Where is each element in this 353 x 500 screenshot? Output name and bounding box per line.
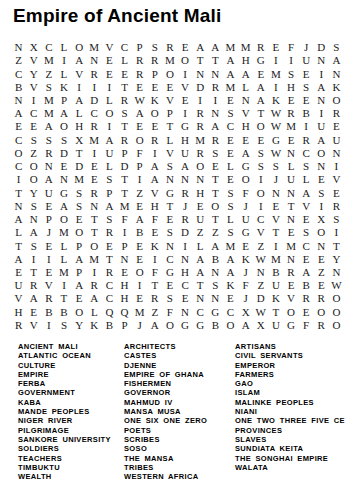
- grid-cell[interactable]: R: [329, 200, 344, 213]
- grid-cell[interactable]: F: [283, 41, 298, 54]
- grid-cell[interactable]: E: [41, 239, 56, 252]
- grid-cell[interactable]: V: [283, 292, 298, 305]
- grid-cell[interactable]: X: [72, 134, 87, 147]
- grid-cell[interactable]: G: [283, 319, 298, 332]
- grid-cell[interactable]: T: [117, 173, 132, 186]
- grid-cell[interactable]: E: [147, 226, 162, 239]
- grid-cell[interactable]: L: [193, 239, 208, 252]
- grid-cell[interactable]: I: [132, 173, 147, 186]
- grid-cell[interactable]: E: [223, 292, 238, 305]
- grid-cell[interactable]: T: [147, 279, 162, 292]
- grid-cell[interactable]: V: [329, 173, 344, 186]
- grid-cell[interactable]: C: [102, 292, 117, 305]
- grid-cell[interactable]: M: [87, 134, 102, 147]
- grid-cell[interactable]: N: [208, 107, 223, 120]
- grid-cell[interactable]: C: [223, 120, 238, 133]
- grid-cell[interactable]: X: [26, 41, 41, 54]
- grid-cell[interactable]: R: [11, 319, 26, 332]
- grid-cell[interactable]: M: [87, 41, 102, 54]
- grid-cell[interactable]: A: [329, 54, 344, 67]
- grid-cell[interactable]: N: [283, 213, 298, 226]
- grid-cell[interactable]: O: [11, 147, 26, 160]
- grid-cell[interactable]: R: [147, 134, 162, 147]
- grid-cell[interactable]: J: [238, 292, 253, 305]
- grid-cell[interactable]: H: [178, 266, 193, 279]
- grid-cell[interactable]: V: [102, 41, 117, 54]
- grid-cell[interactable]: A: [238, 147, 253, 160]
- grid-cell[interactable]: O: [26, 173, 41, 186]
- grid-cell[interactable]: S: [26, 200, 41, 213]
- grid-cell[interactable]: O: [72, 41, 87, 54]
- grid-cell[interactable]: B: [102, 319, 117, 332]
- grid-cell[interactable]: Q: [102, 306, 117, 319]
- grid-cell[interactable]: A: [11, 213, 26, 226]
- grid-cell[interactable]: E: [132, 120, 147, 133]
- grid-cell[interactable]: S: [162, 160, 177, 173]
- grid-cell[interactable]: M: [41, 107, 56, 120]
- grid-cell[interactable]: E: [162, 81, 177, 94]
- grid-cell[interactable]: V: [26, 81, 41, 94]
- grid-cell[interactable]: O: [56, 120, 71, 133]
- grid-cell[interactable]: A: [223, 266, 238, 279]
- grid-cell[interactable]: E: [299, 94, 314, 107]
- grid-cell[interactable]: T: [26, 266, 41, 279]
- grid-cell[interactable]: S: [268, 160, 283, 173]
- grid-cell[interactable]: J: [178, 200, 193, 213]
- grid-cell[interactable]: R: [253, 41, 268, 54]
- grid-cell[interactable]: A: [56, 200, 71, 213]
- grid-cell[interactable]: I: [72, 81, 87, 94]
- grid-cell[interactable]: I: [178, 239, 193, 252]
- grid-cell[interactable]: U: [268, 319, 283, 332]
- grid-cell[interactable]: W: [253, 306, 268, 319]
- grid-cell[interactable]: E: [178, 41, 193, 54]
- grid-cell[interactable]: J: [238, 200, 253, 213]
- grid-cell[interactable]: S: [41, 81, 56, 94]
- grid-cell[interactable]: A: [72, 54, 87, 67]
- grid-cell[interactable]: W: [268, 107, 283, 120]
- grid-cell[interactable]: N: [162, 173, 177, 186]
- grid-cell[interactable]: O: [329, 94, 344, 107]
- grid-cell[interactable]: A: [208, 41, 223, 54]
- grid-cell[interactable]: V: [268, 213, 283, 226]
- grid-cell[interactable]: L: [162, 134, 177, 147]
- grid-cell[interactable]: T: [56, 292, 71, 305]
- grid-cell[interactable]: E: [299, 67, 314, 80]
- grid-cell[interactable]: E: [238, 134, 253, 147]
- grid-cell[interactable]: E: [132, 81, 147, 94]
- grid-cell[interactable]: D: [117, 160, 132, 173]
- grid-cell[interactable]: N: [314, 160, 329, 173]
- grid-cell[interactable]: I: [11, 173, 26, 186]
- grid-cell[interactable]: Y: [329, 253, 344, 266]
- grid-cell[interactable]: A: [87, 292, 102, 305]
- grid-cell[interactable]: J: [132, 319, 147, 332]
- grid-cell[interactable]: V: [26, 54, 41, 67]
- grid-cell[interactable]: U: [11, 279, 26, 292]
- grid-cell[interactable]: T: [87, 226, 102, 239]
- grid-cell[interactable]: I: [147, 253, 162, 266]
- grid-cell[interactable]: S: [223, 226, 238, 239]
- grid-cell[interactable]: B: [41, 306, 56, 319]
- grid-cell[interactable]: T: [268, 306, 283, 319]
- grid-cell[interactable]: A: [208, 239, 223, 252]
- grid-cell[interactable]: N: [117, 253, 132, 266]
- grid-cell[interactable]: K: [56, 81, 71, 94]
- grid-cell[interactable]: T: [72, 147, 87, 160]
- grid-cell[interactable]: N: [11, 41, 26, 54]
- grid-cell[interactable]: U: [193, 213, 208, 226]
- grid-cell[interactable]: S: [72, 200, 87, 213]
- grid-cell[interactable]: F: [117, 213, 132, 226]
- grid-cell[interactable]: I: [268, 81, 283, 94]
- grid-cell[interactable]: P: [41, 213, 56, 226]
- grid-cell[interactable]: S: [117, 107, 132, 120]
- grid-cell[interactable]: H: [147, 200, 162, 213]
- grid-cell[interactable]: T: [102, 253, 117, 266]
- grid-cell[interactable]: P: [72, 239, 87, 252]
- grid-cell[interactable]: T: [117, 81, 132, 94]
- grid-cell[interactable]: L: [223, 160, 238, 173]
- grid-cell[interactable]: E: [329, 187, 344, 200]
- grid-cell[interactable]: M: [41, 94, 56, 107]
- grid-cell[interactable]: G: [208, 306, 223, 319]
- grid-cell[interactable]: E: [223, 173, 238, 186]
- grid-cell[interactable]: E: [11, 266, 26, 279]
- grid-cell[interactable]: E: [193, 200, 208, 213]
- grid-cell[interactable]: B: [11, 81, 26, 94]
- grid-cell[interactable]: I: [87, 81, 102, 94]
- grid-cell[interactable]: I: [87, 147, 102, 160]
- grid-cell[interactable]: E: [41, 200, 56, 213]
- grid-cell[interactable]: V: [162, 94, 177, 107]
- grid-cell[interactable]: T: [208, 213, 223, 226]
- grid-cell[interactable]: E: [283, 94, 298, 107]
- grid-cell[interactable]: E: [72, 213, 87, 226]
- grid-cell[interactable]: V: [11, 292, 26, 305]
- grid-cell[interactable]: R: [314, 319, 329, 332]
- grid-cell[interactable]: M: [132, 306, 147, 319]
- grid-cell[interactable]: R: [193, 107, 208, 120]
- grid-cell[interactable]: A: [223, 54, 238, 67]
- grid-cell[interactable]: F: [132, 147, 147, 160]
- grid-cell[interactable]: E: [223, 147, 238, 160]
- grid-cell[interactable]: D: [314, 41, 329, 54]
- grid-cell[interactable]: E: [283, 226, 298, 239]
- grid-cell[interactable]: R: [208, 134, 223, 147]
- grid-cell[interactable]: C: [178, 279, 193, 292]
- grid-cell[interactable]: S: [314, 187, 329, 200]
- grid-cell[interactable]: K: [268, 292, 283, 305]
- grid-cell[interactable]: E: [283, 279, 298, 292]
- grid-cell[interactable]: T: [329, 239, 344, 252]
- grid-cell[interactable]: D: [72, 160, 87, 173]
- grid-cell[interactable]: B: [208, 319, 223, 332]
- grid-cell[interactable]: C: [11, 160, 26, 173]
- grid-cell[interactable]: A: [41, 120, 56, 133]
- grid-cell[interactable]: A: [223, 67, 238, 80]
- grid-cell[interactable]: A: [72, 94, 87, 107]
- grid-cell[interactable]: L: [56, 41, 71, 54]
- grid-cell[interactable]: R: [87, 279, 102, 292]
- grid-cell[interactable]: O: [329, 306, 344, 319]
- grid-cell[interactable]: K: [147, 239, 162, 252]
- grid-cell[interactable]: B: [268, 266, 283, 279]
- grid-cell[interactable]: M: [223, 239, 238, 252]
- grid-cell[interactable]: K: [238, 253, 253, 266]
- grid-cell[interactable]: L: [238, 81, 253, 94]
- grid-cell[interactable]: C: [26, 107, 41, 120]
- grid-cell[interactable]: P: [132, 41, 147, 54]
- grid-cell[interactable]: T: [268, 226, 283, 239]
- grid-cell[interactable]: C: [117, 41, 132, 54]
- grid-cell[interactable]: L: [87, 306, 102, 319]
- grid-cell[interactable]: S: [299, 226, 314, 239]
- grid-cell[interactable]: P: [162, 107, 177, 120]
- grid-cell[interactable]: E: [223, 134, 238, 147]
- grid-cell[interactable]: E: [102, 239, 117, 252]
- grid-cell[interactable]: M: [72, 173, 87, 186]
- grid-cell[interactable]: O: [314, 226, 329, 239]
- grid-cell[interactable]: H: [178, 134, 193, 147]
- grid-cell[interactable]: R: [283, 266, 298, 279]
- grid-cell[interactable]: P: [72, 266, 87, 279]
- grid-cell[interactable]: A: [238, 319, 253, 332]
- grid-cell[interactable]: Z: [208, 226, 223, 239]
- grid-cell[interactable]: D: [178, 226, 193, 239]
- grid-cell[interactable]: E: [178, 94, 193, 107]
- grid-cell[interactable]: F: [238, 187, 253, 200]
- grid-cell[interactable]: V: [253, 226, 268, 239]
- grid-cell[interactable]: G: [162, 187, 177, 200]
- grid-cell[interactable]: O: [87, 239, 102, 252]
- grid-cell[interactable]: I: [41, 319, 56, 332]
- grid-cell[interactable]: C: [299, 239, 314, 252]
- grid-cell[interactable]: S: [208, 279, 223, 292]
- grid-cell[interactable]: N: [193, 292, 208, 305]
- grid-cell[interactable]: N: [193, 67, 208, 80]
- grid-cell[interactable]: T: [117, 187, 132, 200]
- grid-cell[interactable]: M: [41, 54, 56, 67]
- grid-cell[interactable]: E: [299, 213, 314, 226]
- grid-cell[interactable]: L: [117, 54, 132, 67]
- grid-cell[interactable]: Y: [72, 319, 87, 332]
- grid-cell[interactable]: N: [193, 173, 208, 186]
- grid-cell[interactable]: S: [253, 147, 268, 160]
- grid-cell[interactable]: O: [329, 319, 344, 332]
- grid-cell[interactable]: S: [102, 213, 117, 226]
- grid-cell[interactable]: T: [208, 54, 223, 67]
- grid-cell[interactable]: U: [41, 187, 56, 200]
- grid-cell[interactable]: W: [329, 279, 344, 292]
- grid-cell[interactable]: E: [299, 253, 314, 266]
- grid-cell[interactable]: R: [314, 292, 329, 305]
- grid-cell[interactable]: I: [208, 94, 223, 107]
- grid-cell[interactable]: O: [238, 173, 253, 186]
- grid-cell[interactable]: P: [117, 239, 132, 252]
- grid-cell[interactable]: U: [283, 173, 298, 186]
- grid-cell[interactable]: T: [162, 200, 177, 213]
- grid-cell[interactable]: C: [11, 67, 26, 80]
- grid-cell[interactable]: R: [102, 266, 117, 279]
- grid-cell[interactable]: A: [26, 226, 41, 239]
- grid-cell[interactable]: N: [178, 173, 193, 186]
- grid-cell[interactable]: O: [253, 187, 268, 200]
- grid-cell[interactable]: X: [253, 319, 268, 332]
- grid-cell[interactable]: E: [102, 67, 117, 80]
- grid-cell[interactable]: A: [11, 107, 26, 120]
- grid-cell[interactable]: C: [162, 253, 177, 266]
- grid-cell[interactable]: G: [238, 160, 253, 173]
- grid-cell[interactable]: I: [178, 107, 193, 120]
- grid-cell[interactable]: I: [102, 81, 117, 94]
- grid-cell[interactable]: A: [11, 253, 26, 266]
- grid-cell[interactable]: B: [299, 279, 314, 292]
- grid-cell[interactable]: E: [208, 160, 223, 173]
- grid-cell[interactable]: U: [299, 54, 314, 67]
- grid-cell[interactable]: I: [193, 94, 208, 107]
- grid-cell[interactable]: E: [329, 120, 344, 133]
- grid-cell[interactable]: N: [283, 253, 298, 266]
- grid-cell[interactable]: R: [178, 213, 193, 226]
- grid-cell[interactable]: I: [329, 160, 344, 173]
- grid-cell[interactable]: M: [56, 266, 71, 279]
- grid-cell[interactable]: W: [268, 120, 283, 133]
- grid-cell[interactable]: N: [87, 54, 102, 67]
- grid-cell[interactable]: N: [268, 187, 283, 200]
- grid-cell[interactable]: N: [26, 213, 41, 226]
- grid-cell[interactable]: V: [299, 200, 314, 213]
- grid-cell[interactable]: S: [208, 147, 223, 160]
- grid-cell[interactable]: R: [147, 54, 162, 67]
- grid-cell[interactable]: E: [87, 160, 102, 173]
- grid-cell[interactable]: A: [102, 134, 117, 147]
- grid-cell[interactable]: I: [253, 173, 268, 186]
- grid-cell[interactable]: R: [132, 67, 147, 80]
- grid-cell[interactable]: R: [132, 54, 147, 67]
- grid-cell[interactable]: N: [41, 160, 56, 173]
- grid-cell[interactable]: E: [314, 173, 329, 186]
- grid-cell[interactable]: F: [238, 279, 253, 292]
- grid-cell[interactable]: I: [178, 67, 193, 80]
- grid-cell[interactable]: A: [314, 81, 329, 94]
- grid-cell[interactable]: A: [208, 120, 223, 133]
- grid-cell[interactable]: S: [162, 226, 177, 239]
- grid-cell[interactable]: I: [329, 226, 344, 239]
- grid-cell[interactable]: E: [132, 200, 147, 213]
- grid-cell[interactable]: A: [314, 134, 329, 147]
- grid-cell[interactable]: I: [299, 120, 314, 133]
- grid-cell[interactable]: T: [283, 200, 298, 213]
- grid-cell[interactable]: N: [178, 253, 193, 266]
- grid-cell[interactable]: A: [56, 107, 71, 120]
- grid-cell[interactable]: L: [102, 160, 117, 173]
- grid-cell[interactable]: A: [253, 81, 268, 94]
- grid-cell[interactable]: N: [11, 94, 26, 107]
- grid-cell[interactable]: A: [147, 319, 162, 332]
- grid-cell[interactable]: O: [314, 147, 329, 160]
- grid-cell[interactable]: E: [11, 120, 26, 133]
- grid-cell[interactable]: O: [162, 67, 177, 80]
- grid-cell[interactable]: T: [193, 279, 208, 292]
- grid-cell[interactable]: S: [329, 213, 344, 226]
- grid-cell[interactable]: M: [162, 54, 177, 67]
- grid-cell[interactable]: E: [299, 306, 314, 319]
- grid-cell[interactable]: M: [268, 67, 283, 80]
- grid-cell[interactable]: O: [72, 306, 87, 319]
- grid-cell[interactable]: M: [283, 120, 298, 133]
- grid-cell[interactable]: C: [193, 306, 208, 319]
- grid-cell[interactable]: I: [56, 54, 71, 67]
- grid-cell[interactable]: R: [41, 147, 56, 160]
- grid-cell[interactable]: B: [132, 226, 147, 239]
- grid-cell[interactable]: C: [102, 279, 117, 292]
- grid-cell[interactable]: X: [314, 213, 329, 226]
- grid-cell[interactable]: I: [117, 226, 132, 239]
- grid-cell[interactable]: O: [26, 160, 41, 173]
- grid-cell[interactable]: C: [87, 107, 102, 120]
- grid-cell[interactable]: E: [117, 266, 132, 279]
- grid-cell[interactable]: E: [87, 173, 102, 186]
- grid-cell[interactable]: U: [102, 147, 117, 160]
- grid-cell[interactable]: A: [299, 187, 314, 200]
- grid-cell[interactable]: R: [178, 187, 193, 200]
- grid-cell[interactable]: C: [253, 213, 268, 226]
- grid-cell[interactable]: Z: [41, 67, 56, 80]
- grid-cell[interactable]: T: [208, 187, 223, 200]
- grid-cell[interactable]: H: [193, 187, 208, 200]
- grid-cell[interactable]: N: [238, 94, 253, 107]
- grid-cell[interactable]: R: [26, 279, 41, 292]
- grid-cell[interactable]: I: [268, 54, 283, 67]
- grid-cell[interactable]: N: [208, 266, 223, 279]
- grid-cell[interactable]: I: [56, 279, 71, 292]
- grid-cell[interactable]: O: [208, 200, 223, 213]
- grid-cell[interactable]: V: [41, 279, 56, 292]
- grid-cell[interactable]: A: [41, 173, 56, 186]
- grid-cell[interactable]: K: [223, 279, 238, 292]
- grid-cell[interactable]: N: [329, 266, 344, 279]
- grid-cell[interactable]: M: [56, 226, 71, 239]
- grid-cell[interactable]: F: [299, 319, 314, 332]
- grid-cell[interactable]: T: [87, 213, 102, 226]
- grid-cell[interactable]: E: [132, 253, 147, 266]
- grid-cell[interactable]: G: [238, 226, 253, 239]
- grid-cell[interactable]: D: [87, 94, 102, 107]
- grid-cell[interactable]: I: [268, 239, 283, 252]
- grid-cell[interactable]: I: [26, 94, 41, 107]
- grid-cell[interactable]: V: [147, 187, 162, 200]
- grid-cell[interactable]: N: [329, 67, 344, 80]
- grid-cell[interactable]: C: [11, 134, 26, 147]
- grid-cell[interactable]: R: [117, 94, 132, 107]
- grid-cell[interactable]: O: [132, 134, 147, 147]
- grid-cell[interactable]: R: [162, 41, 177, 54]
- grid-cell[interactable]: Z: [193, 226, 208, 239]
- grid-cell[interactable]: E: [162, 213, 177, 226]
- grid-cell[interactable]: S: [26, 239, 41, 252]
- grid-cell[interactable]: U: [329, 134, 344, 147]
- grid-cell[interactable]: Y: [26, 187, 41, 200]
- grid-cell[interactable]: U: [268, 279, 283, 292]
- grid-cell[interactable]: O: [223, 319, 238, 332]
- grid-cell[interactable]: M: [117, 200, 132, 213]
- grid-cell[interactable]: D: [193, 81, 208, 94]
- grid-cell[interactable]: T: [253, 107, 268, 120]
- grid-cell[interactable]: L: [299, 173, 314, 186]
- grid-cell[interactable]: Z: [314, 266, 329, 279]
- grid-cell[interactable]: C: [223, 306, 238, 319]
